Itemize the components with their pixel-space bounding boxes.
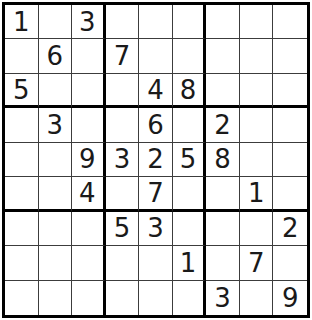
cell-r7c3[interactable] xyxy=(72,212,106,246)
cell-r6c1[interactable] xyxy=(5,177,39,211)
cell-r8c9[interactable] xyxy=(273,246,307,280)
cell-r5c2[interactable] xyxy=(39,143,73,177)
cell-r6c4[interactable] xyxy=(106,177,140,211)
cell-r1c2[interactable] xyxy=(39,5,73,39)
cell-r1c8[interactable] xyxy=(240,5,274,39)
cell-r6c2[interactable] xyxy=(39,177,73,211)
cell-r9c6[interactable] xyxy=(173,281,207,315)
cell-r5c7: 8 xyxy=(206,143,240,177)
cell-r9c3[interactable] xyxy=(72,281,106,315)
cell-r8c2[interactable] xyxy=(39,246,73,280)
cell-r5c5: 2 xyxy=(139,143,173,177)
cell-r1c7[interactable] xyxy=(206,5,240,39)
cell-r2c3[interactable] xyxy=(72,39,106,73)
cell-r9c2[interactable] xyxy=(39,281,73,315)
cell-r2c1[interactable] xyxy=(5,39,39,73)
cell-r7c8[interactable] xyxy=(240,212,274,246)
cell-r4c8[interactable] xyxy=(240,108,274,142)
cell-r5c3: 9 xyxy=(72,143,106,177)
cell-r9c8[interactable] xyxy=(240,281,274,315)
cell-r6c8: 1 xyxy=(240,177,274,211)
cell-r4c6[interactable] xyxy=(173,108,207,142)
cell-r4c1[interactable] xyxy=(5,108,39,142)
cell-r3c4[interactable] xyxy=(106,74,140,108)
cell-r5c1[interactable] xyxy=(5,143,39,177)
cell-r9c1[interactable] xyxy=(5,281,39,315)
cell-r7c4: 5 xyxy=(106,212,140,246)
cell-r3c1: 5 xyxy=(5,74,39,108)
cell-r1c5[interactable] xyxy=(139,5,173,39)
cell-r7c6[interactable] xyxy=(173,212,207,246)
cell-r6c3: 4 xyxy=(72,177,106,211)
sudoku-board: 1367548362932584715321739 xyxy=(2,2,310,318)
cell-r3c3[interactable] xyxy=(72,74,106,108)
cell-r1c6[interactable] xyxy=(173,5,207,39)
cell-r1c9[interactable] xyxy=(273,5,307,39)
cell-r2c2: 6 xyxy=(39,39,73,73)
cell-r3c5: 4 xyxy=(139,74,173,108)
cell-r7c5: 3 xyxy=(139,212,173,246)
cell-r5c9[interactable] xyxy=(273,143,307,177)
cell-r8c8: 7 xyxy=(240,246,274,280)
cell-r2c5[interactable] xyxy=(139,39,173,73)
cell-r4c9[interactable] xyxy=(273,108,307,142)
cell-r5c4: 3 xyxy=(106,143,140,177)
cell-r3c8[interactable] xyxy=(240,74,274,108)
cell-r2c7[interactable] xyxy=(206,39,240,73)
cell-r7c1[interactable] xyxy=(5,212,39,246)
cell-r8c6: 1 xyxy=(173,246,207,280)
cell-r9c9: 9 xyxy=(273,281,307,315)
cell-r9c5[interactable] xyxy=(139,281,173,315)
cell-r4c4[interactable] xyxy=(106,108,140,142)
cell-r3c6: 8 xyxy=(173,74,207,108)
cell-r8c1[interactable] xyxy=(5,246,39,280)
cell-r7c9: 2 xyxy=(273,212,307,246)
cell-r6c9[interactable] xyxy=(273,177,307,211)
cell-r1c3: 3 xyxy=(72,5,106,39)
cell-r9c4[interactable] xyxy=(106,281,140,315)
cell-r8c7[interactable] xyxy=(206,246,240,280)
cell-r7c7[interactable] xyxy=(206,212,240,246)
cell-r3c9[interactable] xyxy=(273,74,307,108)
cell-r3c7[interactable] xyxy=(206,74,240,108)
cell-r6c5: 7 xyxy=(139,177,173,211)
cell-r4c5: 6 xyxy=(139,108,173,142)
cell-r4c2: 3 xyxy=(39,108,73,142)
cell-r1c4[interactable] xyxy=(106,5,140,39)
cell-r4c3[interactable] xyxy=(72,108,106,142)
cell-r6c7[interactable] xyxy=(206,177,240,211)
cell-r8c4[interactable] xyxy=(106,246,140,280)
cell-r2c4: 7 xyxy=(106,39,140,73)
cell-r9c7: 3 xyxy=(206,281,240,315)
cell-r5c8[interactable] xyxy=(240,143,274,177)
cell-r2c9[interactable] xyxy=(273,39,307,73)
cell-r1c1: 1 xyxy=(5,5,39,39)
sudoku-screen: 1367548362932584715321739 xyxy=(0,0,312,320)
cell-r2c6[interactable] xyxy=(173,39,207,73)
cell-r2c8[interactable] xyxy=(240,39,274,73)
cell-r8c5[interactable] xyxy=(139,246,173,280)
cell-r5c6: 5 xyxy=(173,143,207,177)
cell-r7c2[interactable] xyxy=(39,212,73,246)
cell-r4c7: 2 xyxy=(206,108,240,142)
cell-r6c6[interactable] xyxy=(173,177,207,211)
cell-r8c3[interactable] xyxy=(72,246,106,280)
cell-r3c2[interactable] xyxy=(39,74,73,108)
